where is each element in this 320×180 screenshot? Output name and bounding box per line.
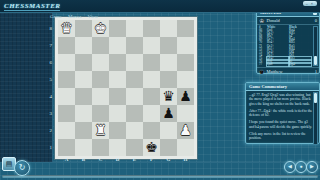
menu-item-moves[interactable]: Moves	[68, 13, 82, 20]
square-f3[interactable]	[143, 105, 160, 122]
square-f6[interactable]	[143, 54, 160, 71]
commentary-paragraph: Click any move in the list to review the…	[249, 132, 313, 141]
square-a6[interactable]	[58, 54, 75, 71]
moves-table: #WhiteBlack 66Qa6Kg467Qe2+Kg568Kb7h469Qe…	[257, 25, 319, 67]
square-d4[interactable]	[109, 88, 126, 105]
square-g1[interactable]	[160, 139, 177, 156]
chess-app-window: CHESSMASTER – × GameMovesView 87654321 ♛…	[0, 0, 320, 180]
square-d6[interactable]	[109, 54, 126, 71]
square-d7[interactable]	[109, 37, 126, 54]
square-a1[interactable]	[58, 139, 75, 156]
black-player-name: Matthew	[266, 69, 312, 74]
forward-button-icon[interactable]: ▶	[306, 161, 318, 173]
rank-label-2: 2	[44, 122, 52, 139]
window-controls[interactable]: – ×	[303, 1, 317, 6]
square-b7[interactable]	[75, 37, 92, 54]
square-e6[interactable]	[126, 54, 143, 71]
square-f4[interactable]	[143, 88, 160, 105]
toolbar-groove	[2, 175, 318, 178]
black-king-f1[interactable]: ♚	[143, 139, 160, 156]
square-b8[interactable]	[75, 20, 92, 37]
white-king-icon: ♔	[259, 17, 264, 24]
square-g2[interactable]	[160, 122, 177, 139]
square-c6[interactable]	[92, 54, 109, 71]
square-b2[interactable]	[75, 122, 92, 139]
square-f5[interactable]	[143, 71, 160, 88]
white-player-row: ♔ Donald 0	[257, 17, 319, 25]
rank-labels: 87654321	[44, 20, 52, 156]
rank-label-3: 3	[44, 105, 52, 122]
commentary-text: ...g2 77. Rxg2 Qxg2 was also winning, bu…	[246, 91, 319, 146]
square-g5[interactable]	[160, 71, 177, 88]
square-e2[interactable]	[126, 122, 143, 139]
square-c4[interactable]	[92, 88, 109, 105]
moves-scrollbar[interactable]	[313, 26, 318, 66]
black-pawn-h4[interactable]: ♟	[177, 88, 194, 105]
square-h5[interactable]	[177, 71, 194, 88]
white-player-score: 0	[315, 18, 317, 23]
square-h6[interactable]	[177, 54, 194, 71]
commentary-scrollbar[interactable]	[313, 92, 318, 145]
title-bar: CHESSMASTER – ×	[0, 0, 320, 13]
black-player-score: 1	[315, 69, 317, 74]
menu-bar: GameMovesView	[50, 13, 98, 20]
square-g8[interactable]	[160, 20, 177, 37]
square-g7[interactable]	[160, 37, 177, 54]
bottom-toolbar: ▤↻ ◀●▶	[0, 162, 320, 180]
square-b5[interactable]	[75, 71, 92, 88]
square-h8[interactable]	[177, 20, 194, 37]
black-move[interactable]: Qg4+	[289, 63, 311, 66]
rank-label-4: 4	[44, 88, 52, 105]
white-player-name: Donald	[266, 18, 312, 23]
square-c5[interactable]	[92, 71, 109, 88]
white-king-c8[interactable]: ♚	[92, 20, 109, 37]
square-f7[interactable]	[143, 37, 160, 54]
app-logo: CHESSMASTER	[4, 2, 60, 11]
square-a2[interactable]	[58, 122, 75, 139]
square-f8[interactable]	[143, 20, 160, 37]
commentary-paragraph: ...g2 77. Rxg2 Qxg2 was also winning, bu…	[249, 93, 313, 106]
square-h7[interactable]	[177, 37, 194, 54]
square-e3[interactable]	[126, 105, 143, 122]
black-queen-g4[interactable]: ♛	[160, 88, 177, 105]
commentary-paragraph: After 77...Qg4+ the white rook is tied t…	[249, 109, 313, 118]
commentary-scroll-thumb[interactable]	[314, 93, 317, 103]
square-d8[interactable]	[109, 20, 126, 37]
square-a4[interactable]	[58, 88, 75, 105]
square-a7[interactable]	[58, 37, 75, 54]
square-b3[interactable]	[75, 105, 92, 122]
square-a3[interactable]	[58, 105, 75, 122]
square-d5[interactable]	[109, 71, 126, 88]
rank-label-8: 8	[44, 20, 52, 37]
square-g6[interactable]	[160, 54, 177, 71]
white-queen-a8[interactable]: ♛	[58, 20, 75, 37]
move-row[interactable]: 77Qa8Qg4+	[259, 63, 314, 66]
square-b6[interactable]	[75, 54, 92, 71]
square-f2[interactable]	[143, 122, 160, 139]
square-e8[interactable]	[126, 20, 143, 37]
square-e5[interactable]	[126, 71, 143, 88]
square-b1[interactable]	[75, 139, 92, 156]
rank-label-5: 5	[44, 71, 52, 88]
square-d1[interactable]	[109, 139, 126, 156]
commentary-title: Game Commentary	[246, 83, 319, 91]
white-pawn-h2[interactable]: ♟	[177, 122, 194, 139]
commentary-title-text: Game Commentary	[249, 84, 287, 89]
move-list-panel: Moves List ♔ Donald 0 #WhiteBlack 66Qa6K…	[256, 8, 320, 74]
commentary-paragraph: I hope you found the quiet move. The g3 …	[249, 120, 313, 129]
square-a5[interactable]	[58, 71, 75, 88]
black-king-icon: ♚	[259, 68, 264, 75]
rank-label-6: 6	[44, 54, 52, 71]
square-d3[interactable]	[109, 105, 126, 122]
chess-board[interactable]: ♛♚♛♟♟♜♟♚	[55, 17, 197, 159]
square-h1[interactable]	[177, 139, 194, 156]
commentary-panel: Game Commentary ...g2 77. Rxg2 Qxg2 was …	[245, 82, 320, 144]
rank-label-7: 7	[44, 37, 52, 54]
moves-scroll-thumb[interactable]	[314, 56, 317, 65]
move-number: 77	[259, 63, 267, 66]
rotate-board-button-icon[interactable]: ↻	[14, 160, 30, 176]
square-e7[interactable]	[126, 37, 143, 54]
square-c7[interactable]	[92, 37, 109, 54]
square-h3[interactable]	[177, 105, 194, 122]
white-move[interactable]: Qa8	[267, 63, 289, 66]
square-c3[interactable]	[92, 105, 109, 122]
rank-label-1: 1	[44, 139, 52, 156]
square-e4[interactable]	[126, 88, 143, 105]
menu-item-view[interactable]: View	[88, 13, 99, 20]
white-rook-c2[interactable]: ♜	[92, 122, 109, 139]
square-c1[interactable]	[92, 139, 109, 156]
square-d2[interactable]	[109, 122, 126, 139]
black-pawn-g3[interactable]: ♟	[160, 105, 177, 122]
menu-item-game[interactable]: Game	[50, 13, 62, 20]
square-e1[interactable]	[126, 139, 143, 156]
square-b4[interactable]	[75, 88, 92, 105]
black-player-row: ♚ Matthew 1	[257, 67, 319, 75]
